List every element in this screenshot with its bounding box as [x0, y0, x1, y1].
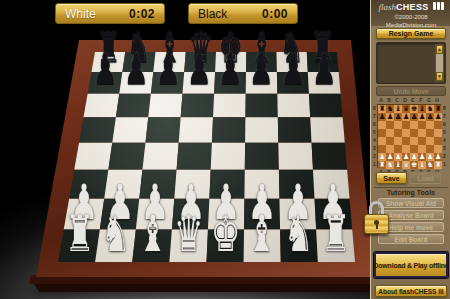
rank-label-3: 3 [442, 144, 447, 152]
about-flashchess-button[interactable]: About flashCHESS III [375, 285, 447, 297]
mini-square-c6 [394, 121, 402, 129]
mini-square-e7: ♟ [410, 113, 418, 121]
mini-square-a4 [378, 137, 386, 145]
mini-square-d5 [402, 129, 410, 137]
mini-piece-white-bishop: ♝ [395, 161, 402, 169]
mini-square-g4 [426, 137, 434, 145]
mini-square-d7: ♟ [402, 113, 410, 121]
rank-label-2: 2 [442, 152, 447, 160]
mini-square-b1: ♞ [386, 161, 394, 169]
mini-square-e6 [410, 121, 418, 129]
file-label-c: C [393, 97, 401, 103]
download-play-offline-button[interactable]: Download & Play offline [374, 252, 448, 278]
save-button[interactable]: Save [376, 172, 407, 184]
mini-piece-black-pawn: ♟ [395, 113, 402, 121]
file-label-f: F [417, 97, 425, 103]
file-label-h: H [433, 97, 441, 103]
board-3d: ♜♞♝♛♚♝♞♜♟♟♟♟♟♟♟♟♟♟♟♟♟♟♟♟♜♞♝♛♚♝♞♜ [0, 0, 370, 299]
mini-piece-black-pawn: ♟ [379, 113, 386, 121]
mini-square-c1: ♝ [394, 161, 402, 169]
sidebar: flashCHESS ©2000-2008 MediaDivision.com … [370, 0, 450, 299]
mini-square-h5 [434, 129, 442, 137]
file-label-a: A [377, 97, 385, 103]
mini-piece-white-queen: ♛ [403, 161, 410, 169]
mini-square-a5 [378, 129, 386, 137]
mini-square-h6 [434, 121, 442, 129]
flashchess-app: White 0:02 Black 0:00 ♜♞♝♛♚♝♞♜♟♟♟♟♟♟♟♟♟♟… [0, 0, 450, 299]
mini-square-a1: ♜ [378, 161, 386, 169]
logo-iii-bars-icon [432, 2, 444, 13]
mini-piece-white-rook: ♜ [435, 161, 442, 169]
logo-flash-text: flash [378, 2, 396, 12]
mini-piece-black-pawn: ♟ [411, 113, 418, 121]
file-label-g: G [425, 97, 433, 103]
mini-square-f1: ♝ [418, 161, 426, 169]
mini-square-a6 [378, 121, 386, 129]
padlock-icon [364, 201, 389, 239]
mini-piece-black-pawn: ♟ [387, 113, 394, 121]
mini-square-d1: ♛ [402, 161, 410, 169]
mini-piece-black-pawn: ♟ [419, 113, 426, 121]
mini-square-g5 [426, 129, 434, 137]
rank-label-1: 1 [442, 160, 447, 168]
scroll-down-arrow-icon[interactable]: ▼ [436, 72, 443, 81]
mini-square-h1: ♜ [434, 161, 442, 169]
resign-game-button[interactable]: Resign Game [376, 28, 446, 39]
mini-square-b7: ♟ [386, 113, 394, 121]
tutoring-separator [374, 187, 448, 188]
move-list[interactable]: ▲ ▼ [376, 42, 446, 84]
file-label-e: E [409, 97, 417, 103]
piece-white-rook-h1[interactable]: ♜ [314, 209, 357, 259]
load-button[interactable]: Load [410, 172, 441, 184]
mini-square-a7: ♟ [378, 113, 386, 121]
mini-square-f7: ♟ [418, 113, 426, 121]
mini-piece-white-rook: ♜ [379, 161, 386, 169]
move-list-scrollbar[interactable]: ▲ ▼ [435, 44, 444, 82]
mini-square-e4 [410, 137, 418, 145]
mini-piece-white-knight: ♞ [427, 161, 434, 169]
tutoring-tools-title: Tutoring Tools [371, 189, 450, 196]
mini-piece-white-bishop: ♝ [419, 161, 426, 169]
mini-piece-white-king: ♚ [411, 161, 418, 169]
mini-board-ranks-right: 87654321 [442, 104, 447, 168]
rank-label-4: 4 [442, 136, 447, 144]
rank-label-5: 5 [442, 128, 447, 136]
flashchess-logo: flashCHESS [371, 2, 450, 13]
mini-square-e5 [410, 129, 418, 137]
mini-square-g6 [426, 121, 434, 129]
mini-square-d6 [402, 121, 410, 129]
mini-square-c7: ♟ [394, 113, 402, 121]
mini-square-e1: ♚ [410, 161, 418, 169]
piece-black-pawn-h7[interactable]: ♟ [306, 48, 342, 91]
mini-piece-white-knight: ♞ [387, 161, 394, 169]
rank-label-7: 7 [442, 112, 447, 120]
mini-piece-black-pawn: ♟ [435, 113, 442, 121]
mini-square-f6 [418, 121, 426, 129]
mini-square-f4 [418, 137, 426, 145]
rank-label-8: 8 [442, 104, 447, 112]
scroll-up-arrow-icon[interactable]: ▲ [436, 45, 443, 54]
mini-square-b6 [386, 121, 394, 129]
mini-square-h4 [434, 137, 442, 145]
mini-square-c4 [394, 137, 402, 145]
board-area-background: White 0:02 Black 0:00 ♜♞♝♛♚♝♞♜♟♟♟♟♟♟♟♟♟♟… [0, 0, 370, 299]
mini-board: ♜♞♝♛♚♝♞♜♟♟♟♟♟♟♟♟♟♟♟♟♟♟♟♟♜♞♝♛♚♝♞♜ [377, 104, 441, 168]
mini-piece-black-pawn: ♟ [403, 113, 410, 121]
mini-square-g1: ♞ [426, 161, 434, 169]
mini-square-c5 [394, 129, 402, 137]
mini-piece-black-pawn: ♟ [427, 113, 434, 121]
undo-move-button[interactable]: Undo Move [376, 86, 446, 96]
file-label-d: D [401, 97, 409, 103]
rank-label-6: 6 [442, 120, 447, 128]
mini-square-h7: ♟ [434, 113, 442, 121]
file-label-b: B [385, 97, 393, 103]
mini-square-g7: ♟ [426, 113, 434, 121]
mini-square-b4 [386, 137, 394, 145]
mini-square-f5 [418, 129, 426, 137]
logo-chess-text: CHESS [396, 2, 429, 12]
mini-square-b5 [386, 129, 394, 137]
mini-board-files-top: ABCDEFGH [377, 97, 441, 103]
mini-square-d4 [402, 137, 410, 145]
logo-header: flashCHESS ©2000-2008 MediaDivision.com [371, 0, 450, 26]
copyright-text: ©2000-2008 MediaDivision.com [371, 13, 450, 29]
